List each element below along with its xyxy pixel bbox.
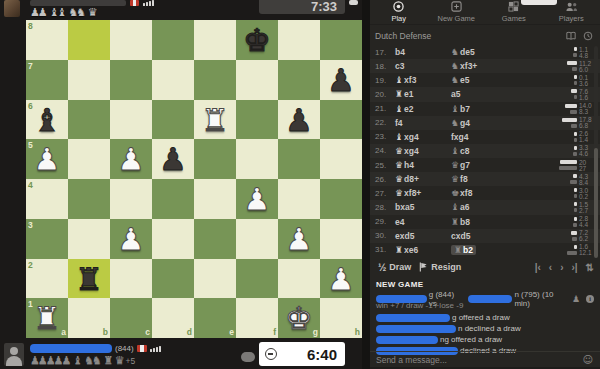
white-pawn-h2[interactable]: ♟ xyxy=(320,259,362,299)
avatar-head xyxy=(10,347,18,355)
nav-prev-button[interactable]: ‹ xyxy=(549,262,552,273)
move-row-20: 20.♜e1a57.61.6 xyxy=(370,87,600,101)
square-h6[interactable] xyxy=(320,100,362,140)
move-row-26: 26.♛d8+♛f84.38.4 xyxy=(370,172,600,186)
square-h1[interactable]: h xyxy=(320,298,362,338)
move-row-30: 30.exd5cxd57.26.2 xyxy=(370,229,600,243)
move-times: 1.14.8 xyxy=(548,47,592,58)
move-time-bar xyxy=(570,180,577,184)
move-text: bxa5 xyxy=(395,202,414,212)
white-bishop-icon: ♝ xyxy=(395,132,403,142)
move-times: 7.61.6 xyxy=(548,89,592,100)
move-time-value: 12.1 xyxy=(579,249,592,256)
white-queen-icon: ♛ xyxy=(395,160,403,170)
rank-label-7: 7 xyxy=(28,61,33,71)
opponent-captured-pieces: ♟♟ ♝♝ ♞♞ ♛ xyxy=(30,6,96,19)
move-time-value: 6.8 xyxy=(579,122,592,129)
move-times: 3.00.2 xyxy=(548,188,592,199)
move-text: c8 xyxy=(460,146,469,156)
square-b2[interactable]: ♜ xyxy=(68,259,110,299)
move-time-bar xyxy=(574,138,577,142)
black-move[interactable]: fxg4 xyxy=(451,132,513,142)
chat-text: n declined a draw xyxy=(458,324,521,333)
black-knight-icon: ♞ xyxy=(451,75,459,85)
square-d7[interactable] xyxy=(152,60,194,100)
nav-first-button[interactable]: |‹ xyxy=(535,262,541,273)
move-text: b8 xyxy=(460,217,470,227)
square-a1[interactable]: 1a♜ xyxy=(26,298,68,338)
square-f2[interactable] xyxy=(236,259,278,299)
square-f7[interactable] xyxy=(236,60,278,100)
move-text: a6 xyxy=(460,202,469,212)
square-c7[interactable] xyxy=(110,60,152,100)
square-a4[interactable]: 4 xyxy=(26,179,68,219)
move-row-31: 31.♜xe6♜b21.612.1 xyxy=(370,243,600,257)
resign-label: Resign xyxy=(431,262,461,272)
black-move[interactable]: ♜b8 xyxy=(451,217,513,227)
white-pawn-g3[interactable]: ♟ xyxy=(278,219,320,259)
opponent-bar: ♟♟ ♝♝ ♞♞ ♛ 7:33 xyxy=(0,0,362,20)
black-bishop-icon: ♝ xyxy=(451,146,459,156)
black-pawn-d5[interactable]: ♟ xyxy=(152,139,194,179)
white-move[interactable]: ♛h4 xyxy=(395,160,451,170)
black-move[interactable]: ♞e5 xyxy=(451,75,513,85)
white-move[interactable]: b4 xyxy=(395,47,451,57)
chat-message-2: n declined a draw xyxy=(376,323,594,334)
square-h4[interactable] xyxy=(320,179,362,219)
square-d8[interactable] xyxy=(152,20,194,60)
clock-badge xyxy=(349,0,358,5)
move-time-bar xyxy=(570,110,577,114)
message-input[interactable] xyxy=(370,355,583,365)
challenge-pawn-icon[interactable]: ♟ xyxy=(572,294,580,304)
player2-name-redaction xyxy=(468,295,513,303)
move-times: 7.26.2 xyxy=(548,230,592,241)
white-pawn-f4[interactable]: ♟ xyxy=(236,179,278,219)
black-bishop-icon: ♝ xyxy=(451,202,459,212)
move-number: 18. xyxy=(375,62,395,71)
chat-text: g offered a draw xyxy=(452,313,510,322)
player-clock-time: 6:40 xyxy=(277,346,345,363)
square-f1[interactable]: f xyxy=(236,298,278,338)
square-e1[interactable]: e xyxy=(194,298,236,338)
square-a6[interactable]: 6♝ xyxy=(26,100,68,140)
square-b1[interactable]: b xyxy=(68,298,110,338)
square-f8[interactable]: ♚ xyxy=(236,20,278,60)
move-text: e5 xyxy=(460,75,469,85)
opponent-connection-icon xyxy=(143,0,154,6)
square-d6[interactable] xyxy=(152,100,194,140)
chat-message-1: g offered a draw xyxy=(376,312,594,323)
move-text: xf8+ xyxy=(404,188,421,198)
black-move[interactable]: ♞g4 xyxy=(451,118,513,128)
flip-board-button[interactable]: ⇅ xyxy=(586,262,594,273)
opening-name: Dutch Defense xyxy=(375,31,566,41)
draw-button[interactable]: ½ Draw xyxy=(378,262,411,273)
move-nav: |‹ ‹ › ›| ⇅ xyxy=(535,262,594,273)
white-bishop-icon: ♝ xyxy=(395,75,403,85)
white-rook-a1[interactable]: ♜ xyxy=(26,298,68,338)
move-text: b7 xyxy=(460,104,470,114)
square-b6[interactable] xyxy=(68,100,110,140)
move-time-bar xyxy=(574,47,577,51)
square-c8[interactable] xyxy=(110,20,152,60)
tab-label: Play xyxy=(391,14,406,23)
move-text: xf3+ xyxy=(460,61,477,71)
move-number: 19. xyxy=(375,76,395,85)
message-row: ☺ xyxy=(370,351,600,367)
square-e3[interactable] xyxy=(194,219,236,259)
move-row-18: 18.c3♞xf3+11.26.0 xyxy=(370,59,600,73)
play-circle-icon xyxy=(393,1,404,12)
square-a3[interactable]: 3 xyxy=(26,219,68,259)
file-label-f: f xyxy=(273,327,276,337)
player-avatar[interactable] xyxy=(4,343,24,366)
black-rook-icon: ♜ xyxy=(451,217,459,227)
move-time-bar xyxy=(560,160,577,164)
move-text: xf3 xyxy=(404,75,416,85)
move-number: 31. xyxy=(375,245,395,254)
square-g2[interactable] xyxy=(278,259,320,299)
draw-label: Draw xyxy=(389,262,411,272)
move-times: 2.61.4 xyxy=(548,131,592,142)
info-icon[interactable]: i xyxy=(586,295,594,303)
chat-bubble-icon[interactable] xyxy=(241,352,255,362)
move-time-bar xyxy=(574,217,577,221)
material-advantage: +5 xyxy=(126,356,136,366)
move-time-value: 6.2 xyxy=(579,235,592,242)
square-d2[interactable] xyxy=(152,259,194,299)
white-pawn-a5[interactable]: ♟ xyxy=(26,139,68,179)
move-text: de5 xyxy=(460,47,475,57)
move-text: g7 xyxy=(460,160,470,170)
move-number: 24. xyxy=(375,146,395,155)
square-a2[interactable]: 2 xyxy=(26,259,68,299)
move-number: 20. xyxy=(375,90,395,99)
square-a7[interactable]: 7 xyxy=(26,60,68,100)
square-h2[interactable]: ♟ xyxy=(320,259,362,299)
move-times: 2027 xyxy=(548,160,592,171)
move-time-value: 8.3 xyxy=(579,108,592,115)
black-knight-icon: ♞ xyxy=(451,47,459,57)
white-move[interactable]: exd5 xyxy=(395,231,451,241)
file-label-e: e xyxy=(229,327,234,337)
square-d4[interactable] xyxy=(152,179,194,219)
move-times: 3.34.6 xyxy=(548,145,592,156)
black-move[interactable]: ♝c8 xyxy=(451,146,513,156)
square-a5[interactable]: 5♟ xyxy=(26,139,68,179)
move-time-bar xyxy=(574,81,577,85)
white-queen-icon: ♛ xyxy=(395,146,403,156)
square-e4[interactable] xyxy=(194,179,236,219)
move-row-29: 29.e4♜b82.84.4 xyxy=(370,215,600,229)
move-number: 28. xyxy=(375,203,395,212)
white-move[interactable]: ♛xf8+ xyxy=(395,188,451,198)
move-time-bar xyxy=(574,132,577,136)
move-time-bar xyxy=(572,67,577,71)
rank-label-8: 8 xyxy=(28,21,33,31)
black-bishop-a6[interactable]: ♝ xyxy=(26,100,68,140)
move-row-25: 25.♛h4♛g72027 xyxy=(370,158,600,172)
black-move[interactable]: ♝b7 xyxy=(451,104,513,114)
tab-label: Players xyxy=(559,14,584,23)
move-text: cxd5 xyxy=(451,231,470,241)
black-move[interactable]: ♞de5 xyxy=(451,47,513,57)
move-text: c3 xyxy=(395,61,404,71)
player-name-redaction xyxy=(30,344,112,353)
opening-book-icon[interactable] xyxy=(566,31,576,41)
move-text: xg4 xyxy=(404,146,419,156)
black-move[interactable]: cxd5 xyxy=(451,231,513,241)
square-g8[interactable] xyxy=(278,20,320,60)
white-move[interactable]: ♜xe6 xyxy=(395,245,451,255)
move-text: xf8 xyxy=(460,188,472,198)
square-h8[interactable] xyxy=(320,20,362,60)
square-g5[interactable] xyxy=(278,139,320,179)
move-time-bar xyxy=(565,104,577,108)
move-number: 23. xyxy=(375,132,395,141)
tab-new-game[interactable]: New Game xyxy=(428,0,486,24)
move-times: 14.08.3 xyxy=(548,103,592,114)
black-king-icon: ♚ xyxy=(451,188,459,198)
square-d1[interactable]: d xyxy=(152,298,194,338)
opening-row: Dutch Defense xyxy=(370,27,600,44)
file-label-d: d xyxy=(187,327,192,337)
move-time-value: 4.8 xyxy=(579,52,592,59)
white-move[interactable]: ♝xf3 xyxy=(395,75,451,85)
move-time-bar xyxy=(573,223,577,227)
move-text: h4 xyxy=(404,160,414,170)
white-bishop-icon: ♝ xyxy=(395,104,403,114)
side-panel: Play New Game Games xyxy=(370,0,600,369)
square-e5[interactable] xyxy=(194,139,236,179)
player-rating: (844) xyxy=(115,344,134,353)
move-time-bar xyxy=(567,251,577,255)
move-times: 0.13.6 xyxy=(548,75,592,86)
move-time-bar xyxy=(574,245,577,249)
square-f5[interactable] xyxy=(236,139,278,179)
move-time-bar xyxy=(572,237,577,241)
white-move[interactable]: ♛d8+ xyxy=(395,174,451,184)
move-time-value: 0.2 xyxy=(579,193,592,200)
move-time-value: 4.6 xyxy=(579,150,592,157)
history-icon[interactable] xyxy=(583,31,593,41)
move-time-value: 2.7 xyxy=(579,207,592,214)
move-time-bar xyxy=(574,194,577,198)
rank-label-4: 4 xyxy=(28,180,33,190)
move-text: f4 xyxy=(395,118,403,128)
square-e6[interactable]: ♜ xyxy=(194,100,236,140)
move-time-bar xyxy=(573,152,577,156)
chat-message-3: ng offered a draw xyxy=(376,334,594,345)
move-times: 1.612.1 xyxy=(548,244,592,255)
move-number: 22. xyxy=(375,118,395,127)
opponent-clock: 7:33 xyxy=(259,0,345,14)
matchup-icons: ♟ i xyxy=(572,294,594,304)
white-move[interactable]: f4 xyxy=(395,118,451,128)
move-times: 2.84.4 xyxy=(548,216,592,227)
square-h5[interactable] xyxy=(320,139,362,179)
move-time-bar xyxy=(571,89,577,93)
black-rook-b2[interactable]: ♜ xyxy=(68,259,110,299)
black-move[interactable]: ♚xf8 xyxy=(451,188,513,198)
square-g7[interactable] xyxy=(278,60,320,100)
square-c5[interactable]: ♟ xyxy=(110,139,152,179)
move-time-bar xyxy=(574,208,577,212)
square-h3[interactable] xyxy=(320,219,362,259)
nav-next-button[interactable]: › xyxy=(560,262,563,273)
square-b8[interactable] xyxy=(68,20,110,60)
move-time-bar xyxy=(574,146,577,150)
move-text: xe6 xyxy=(404,245,418,255)
player-clock: 6:40 xyxy=(259,342,345,366)
black-pawn-h7[interactable]: ♟ xyxy=(320,60,362,100)
player-captured-pieces: ♟♟♟♟♟ ♝ ♞♞ ♜ ♛ xyxy=(30,354,123,367)
white-move[interactable]: ♜e1 xyxy=(395,89,451,99)
white-pawn-c3[interactable]: ♟ xyxy=(110,219,152,259)
square-f4[interactable]: ♟ xyxy=(236,179,278,219)
square-e2[interactable] xyxy=(194,259,236,299)
move-time-value: 4.4 xyxy=(579,221,592,228)
players-icon xyxy=(565,1,578,12)
black-king-f8[interactable]: ♚ xyxy=(236,20,278,60)
half-point-icon: ½ xyxy=(378,262,386,273)
move-time-bar xyxy=(571,124,577,128)
white-move[interactable]: e4 xyxy=(395,217,451,227)
square-b3[interactable] xyxy=(68,219,110,259)
move-row-22: 22.f4♞g417.86.8 xyxy=(370,116,600,130)
resign-button[interactable]: Resign xyxy=(419,262,461,272)
tab-label: Games xyxy=(502,14,526,23)
tab-label: New Game xyxy=(437,14,475,23)
move-number: 25. xyxy=(375,161,395,170)
chess-board[interactable]: 8♚7♟6♝♜♟5♟♟♟4♟3♟♟2♜♟1a♜bcdefg♚h xyxy=(26,20,362,338)
move-number: 17. xyxy=(375,48,395,57)
square-h7[interactable]: ♟ xyxy=(320,60,362,100)
emoji-icon[interactable]: ☺ xyxy=(583,354,593,365)
tab-play[interactable]: Play xyxy=(370,0,428,24)
square-d3[interactable] xyxy=(152,219,194,259)
move-time-value: 3.6 xyxy=(579,80,592,87)
move-times: 11.26.0 xyxy=(548,61,592,72)
chat-name-redaction xyxy=(376,336,438,344)
move-row-21: 21.♝e2♝b714.08.3 xyxy=(370,102,600,116)
black-knight-icon: ♞ xyxy=(451,118,459,128)
square-c2[interactable] xyxy=(110,259,152,299)
nav-last-button[interactable]: ›| xyxy=(571,262,577,273)
square-g6[interactable]: ♟ xyxy=(278,100,320,140)
black-move[interactable]: ♛g7 xyxy=(451,160,513,170)
square-c6[interactable] xyxy=(110,100,152,140)
white-move[interactable]: c3 xyxy=(395,61,451,71)
player-flag-icon xyxy=(137,345,147,352)
white-king-g1[interactable]: ♚ xyxy=(278,298,320,338)
square-b4[interactable] xyxy=(68,179,110,219)
square-b5[interactable] xyxy=(68,139,110,179)
chess-app: ♟♟ ♝♝ ♞♞ ♛ 7:33 8♚7♟6♝♜♟5♟♟♟4♟3♟♟2♜♟1a♜b… xyxy=(0,0,600,369)
file-label-h: h xyxy=(355,327,360,337)
move-text: fxg4 xyxy=(451,132,468,142)
move-list[interactable]: 17.b4♞de51.14.818.c3♞xf3+11.26.019.♝xf3♞… xyxy=(370,45,600,257)
square-c4[interactable] xyxy=(110,179,152,219)
black-knight-icon: ♞ xyxy=(451,61,459,71)
black-move[interactable]: ♜b2 xyxy=(451,245,513,255)
square-g4[interactable] xyxy=(278,179,320,219)
square-e7[interactable] xyxy=(194,60,236,100)
white-rook-e6[interactable]: ♜ xyxy=(194,100,236,140)
clock-pause-icon xyxy=(265,348,277,360)
move-list-scrollbar-thumb[interactable] xyxy=(594,148,598,258)
player-captured-row: ♟♟♟♟♟ ♝ ♞♞ ♜ ♛ +5 xyxy=(30,354,135,367)
white-pawn-c5[interactable]: ♟ xyxy=(110,139,152,179)
black-bishop-icon: ♝ xyxy=(451,104,459,114)
move-number: 26. xyxy=(375,175,395,184)
move-text: b2 xyxy=(463,245,473,255)
player2-rating-text: n (795) (10 min) xyxy=(514,290,570,308)
move-text: g4 xyxy=(460,118,470,128)
move-text: e1 xyxy=(404,89,413,99)
black-move[interactable]: ♝a6 xyxy=(451,202,513,212)
square-e8[interactable] xyxy=(194,20,236,60)
new-game-header: NEW GAME xyxy=(376,280,423,289)
chat-name-redaction xyxy=(376,314,450,322)
player-name-row: (844) xyxy=(30,343,161,353)
move-time-bar xyxy=(574,75,577,79)
square-f3[interactable] xyxy=(236,219,278,259)
square-c1[interactable]: c xyxy=(110,298,152,338)
player-connection-icon xyxy=(150,345,161,352)
black-move[interactable]: a5 xyxy=(451,89,513,99)
white-move[interactable]: bxa5 xyxy=(395,202,451,212)
move-time-bar xyxy=(574,188,577,192)
resign-flag-icon xyxy=(419,262,428,272)
avatar-body xyxy=(6,356,22,366)
square-f6[interactable] xyxy=(236,100,278,140)
move-text: b4 xyxy=(395,47,405,57)
window-cutoff-artifact xyxy=(521,0,557,5)
white-move[interactable]: ♝e2 xyxy=(395,104,451,114)
opponent-avatar[interactable] xyxy=(4,0,20,17)
move-number: 27. xyxy=(375,189,395,198)
square-g3[interactable]: ♟ xyxy=(278,219,320,259)
white-move[interactable]: ♝xg4 xyxy=(395,132,451,142)
move-time-value: 1.4 xyxy=(579,136,592,143)
move-number: 29. xyxy=(375,217,395,226)
black-move[interactable]: ♛f8 xyxy=(451,174,513,184)
move-times: 4.38.4 xyxy=(548,174,592,185)
square-g1[interactable]: g♚ xyxy=(278,298,320,338)
white-rook-icon: ♜ xyxy=(395,89,403,99)
file-label-c: c xyxy=(145,327,150,337)
move-time-bar xyxy=(574,202,577,206)
move-time-value: 8.4 xyxy=(579,179,592,186)
white-move[interactable]: ♛xg4 xyxy=(395,146,451,156)
black-move[interactable]: ♞xf3+ xyxy=(451,61,513,71)
plus-icon xyxy=(451,1,462,12)
move-time-bar xyxy=(573,174,577,178)
move-time-value: 1.6 xyxy=(579,94,592,101)
chat-name-redaction xyxy=(376,325,456,333)
square-c3[interactable]: ♟ xyxy=(110,219,152,259)
black-pawn-g6[interactable]: ♟ xyxy=(278,100,320,140)
move-row-27: 27.♛xf8+♚xf83.00.2 xyxy=(370,186,600,200)
square-a8[interactable]: 8 xyxy=(26,20,68,60)
file-label-b: b xyxy=(103,327,108,337)
move-number: 21. xyxy=(375,104,395,113)
square-b7[interactable] xyxy=(68,60,110,100)
square-d5[interactable]: ♟ xyxy=(152,139,194,179)
rank-label-2: 2 xyxy=(28,260,33,270)
